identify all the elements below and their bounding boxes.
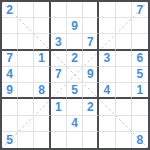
cell-r3c8[interactable]	[116, 34, 132, 50]
cell-r8c9[interactable]	[132, 116, 148, 132]
cell-r3c4[interactable]: 3	[51, 34, 67, 50]
cell-r9c3[interactable]	[34, 132, 50, 148]
cell-r5c5[interactable]	[67, 67, 83, 83]
cell-r6c5[interactable]: 5	[67, 83, 83, 99]
cell-r8c5[interactable]: 4	[67, 116, 83, 132]
cell-r8c4[interactable]	[51, 116, 67, 132]
sudoku-board: 279377123647959854112458	[0, 0, 150, 150]
cell-r2c2[interactable]	[18, 18, 34, 34]
cell-r3c5[interactable]	[67, 34, 83, 50]
cell-r1c1[interactable]: 2	[2, 2, 18, 18]
cell-r7c8[interactable]	[116, 99, 132, 115]
cell-r8c8[interactable]	[116, 116, 132, 132]
cell-r9c9[interactable]: 8	[132, 132, 148, 148]
cell-r9c1[interactable]: 5	[2, 132, 18, 148]
cell-r1c6[interactable]	[83, 2, 99, 18]
cell-r8c7[interactable]	[99, 116, 115, 132]
cell-r7c2[interactable]	[18, 99, 34, 115]
cell-r7c3[interactable]	[34, 99, 50, 115]
cell-r2c8[interactable]	[116, 18, 132, 34]
cell-r2c7[interactable]	[99, 18, 115, 34]
cell-r1c3[interactable]	[34, 2, 50, 18]
cell-r6c1[interactable]: 9	[2, 83, 18, 99]
cell-r2c6[interactable]	[83, 18, 99, 34]
cell-r1c4[interactable]	[51, 2, 67, 18]
cell-r6c2[interactable]	[18, 83, 34, 99]
cell-r6c3[interactable]: 8	[34, 83, 50, 99]
cell-r4c1[interactable]: 7	[2, 51, 18, 67]
cell-r5c3[interactable]	[34, 67, 50, 83]
cell-r1c9[interactable]: 7	[132, 2, 148, 18]
cell-r4c4[interactable]	[51, 51, 67, 67]
cell-r7c1[interactable]	[2, 99, 18, 115]
cell-r6c8[interactable]	[116, 83, 132, 99]
cell-r5c6[interactable]: 9	[83, 67, 99, 83]
cell-r4c9[interactable]: 6	[132, 51, 148, 67]
cell-r2c1[interactable]	[2, 18, 18, 34]
cell-r9c6[interactable]	[83, 132, 99, 148]
cell-r8c6[interactable]	[83, 116, 99, 132]
cell-r1c7[interactable]	[99, 2, 115, 18]
cell-r9c5[interactable]	[67, 132, 83, 148]
cell-r5c7[interactable]	[99, 67, 115, 83]
cell-r7c9[interactable]	[132, 99, 148, 115]
cell-r3c1[interactable]	[2, 34, 18, 50]
cell-r7c4[interactable]: 1	[51, 99, 67, 115]
cell-r9c8[interactable]	[116, 132, 132, 148]
cell-r6c6[interactable]	[83, 83, 99, 99]
cell-r6c9[interactable]: 1	[132, 83, 148, 99]
cell-r6c7[interactable]: 4	[99, 83, 115, 99]
cell-grid: 279377123647959854112458	[2, 2, 148, 148]
cell-r9c4[interactable]	[51, 132, 67, 148]
cell-r5c2[interactable]	[18, 67, 34, 83]
cell-r2c9[interactable]	[132, 18, 148, 34]
cell-r2c3[interactable]	[34, 18, 50, 34]
cell-r3c7[interactable]	[99, 34, 115, 50]
cell-r1c8[interactable]	[116, 2, 132, 18]
cell-r3c6[interactable]: 7	[83, 34, 99, 50]
cell-r1c2[interactable]	[18, 2, 34, 18]
cell-r4c5[interactable]: 2	[67, 51, 83, 67]
cell-r8c2[interactable]	[18, 116, 34, 132]
cell-r6c4[interactable]	[51, 83, 67, 99]
cell-r7c6[interactable]: 2	[83, 99, 99, 115]
cell-r9c7[interactable]	[99, 132, 115, 148]
cell-r3c9[interactable]	[132, 34, 148, 50]
cell-r2c4[interactable]	[51, 18, 67, 34]
cell-r9c2[interactable]	[18, 132, 34, 148]
cell-r5c9[interactable]: 5	[132, 67, 148, 83]
cell-r2c5[interactable]: 9	[67, 18, 83, 34]
cell-r3c3[interactable]	[34, 34, 50, 50]
cell-r5c8[interactable]	[116, 67, 132, 83]
cell-r8c3[interactable]	[34, 116, 50, 132]
cell-r1c5[interactable]	[67, 2, 83, 18]
cell-r4c8[interactable]	[116, 51, 132, 67]
cell-r8c1[interactable]	[2, 116, 18, 132]
cell-r4c3[interactable]: 1	[34, 51, 50, 67]
cell-r3c2[interactable]	[18, 34, 34, 50]
cell-r7c7[interactable]	[99, 99, 115, 115]
cell-r5c1[interactable]: 4	[2, 67, 18, 83]
cell-r4c7[interactable]: 3	[99, 51, 115, 67]
cell-r4c6[interactable]	[83, 51, 99, 67]
cell-r5c4[interactable]: 7	[51, 67, 67, 83]
cell-r7c5[interactable]	[67, 99, 83, 115]
cell-r4c2[interactable]	[18, 51, 34, 67]
